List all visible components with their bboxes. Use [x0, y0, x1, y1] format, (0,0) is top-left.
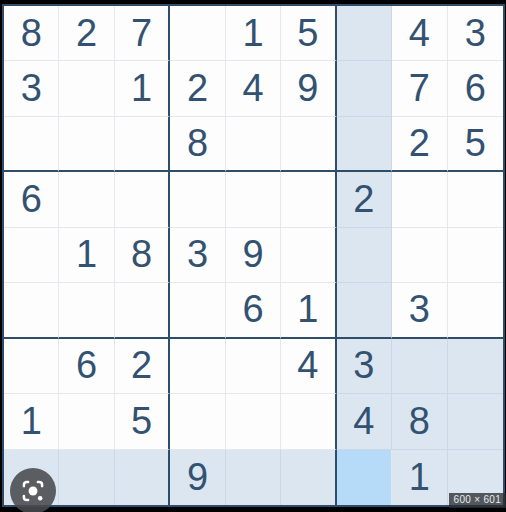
cell-r8c6[interactable]: [281, 394, 336, 449]
cell-r2c8[interactable]: 7: [392, 61, 447, 116]
cell-r1c2[interactable]: 2: [59, 6, 114, 61]
cell-r5c6[interactable]: [281, 228, 336, 283]
cell-r7c7[interactable]: 3: [337, 339, 392, 394]
cell-r1c4[interactable]: [170, 6, 225, 61]
cell-r4c6[interactable]: [281, 172, 336, 227]
cell-r7c8[interactable]: [392, 339, 447, 394]
cell-r1c8[interactable]: 4: [392, 6, 447, 61]
cell-r5c4[interactable]: 3: [170, 228, 225, 283]
cell-r5c1[interactable]: [4, 228, 59, 283]
sudoku-board: 827154331249768256218396136243154891: [2, 4, 505, 507]
cell-r8c8[interactable]: 8: [392, 394, 447, 449]
cell-r3c5[interactable]: [226, 117, 281, 172]
cell-r4c9[interactable]: [448, 172, 503, 227]
cell-r2c7[interactable]: [337, 61, 392, 116]
cell-r5c2[interactable]: 1: [59, 228, 114, 283]
cell-r3c9[interactable]: 5: [448, 117, 503, 172]
cell-r7c6[interactable]: 4: [281, 339, 336, 394]
cell-r4c5[interactable]: [226, 172, 281, 227]
cell-r1c3[interactable]: 7: [115, 6, 170, 61]
cell-r6c7[interactable]: [337, 283, 392, 338]
cell-r4c7[interactable]: 2: [337, 172, 392, 227]
cell-r7c9[interactable]: [448, 339, 503, 394]
cell-r2c3[interactable]: 1: [115, 61, 170, 116]
cell-r6c9[interactable]: [448, 283, 503, 338]
cell-r9c2[interactable]: [59, 450, 114, 505]
cell-r4c2[interactable]: [59, 172, 114, 227]
cell-r9c8[interactable]: 1: [392, 450, 447, 505]
google-lens-icon: [20, 478, 46, 504]
cell-r3c1[interactable]: [4, 117, 59, 172]
cell-r6c1[interactable]: [4, 283, 59, 338]
cell-r6c4[interactable]: [170, 283, 225, 338]
cell-r8c1[interactable]: 1: [4, 394, 59, 449]
cell-r6c3[interactable]: [115, 283, 170, 338]
cell-r9c4[interactable]: 9: [170, 450, 225, 505]
cell-r2c4[interactable]: 2: [170, 61, 225, 116]
cell-r3c3[interactable]: [115, 117, 170, 172]
cell-r9c7[interactable]: [337, 450, 392, 505]
cell-r4c3[interactable]: [115, 172, 170, 227]
cell-r5c8[interactable]: [392, 228, 447, 283]
cell-r6c8[interactable]: 3: [392, 283, 447, 338]
cell-r5c3[interactable]: 8: [115, 228, 170, 283]
cell-r3c4[interactable]: 8: [170, 117, 225, 172]
cell-r7c2[interactable]: 6: [59, 339, 114, 394]
cell-r1c1[interactable]: 8: [4, 6, 59, 61]
cell-r6c2[interactable]: [59, 283, 114, 338]
cell-r8c9[interactable]: [448, 394, 503, 449]
cell-r6c6[interactable]: 1: [281, 283, 336, 338]
cell-r2c2[interactable]: [59, 61, 114, 116]
cell-r4c4[interactable]: [170, 172, 225, 227]
cell-r7c1[interactable]: [4, 339, 59, 394]
cell-r6c5[interactable]: 6: [226, 283, 281, 338]
cell-r3c8[interactable]: 2: [392, 117, 447, 172]
cell-r9c6[interactable]: [281, 450, 336, 505]
cell-r2c6[interactable]: 9: [281, 61, 336, 116]
cell-r8c2[interactable]: [59, 394, 114, 449]
cell-r7c5[interactable]: [226, 339, 281, 394]
google-lens-button[interactable]: [10, 468, 56, 512]
cell-r5c7[interactable]: [337, 228, 392, 283]
cell-r2c1[interactable]: 3: [4, 61, 59, 116]
cell-r4c1[interactable]: 6: [4, 172, 59, 227]
cell-r1c5[interactable]: 1: [226, 6, 281, 61]
cell-r5c9[interactable]: [448, 228, 503, 283]
cell-r3c2[interactable]: [59, 117, 114, 172]
cell-r8c3[interactable]: 5: [115, 394, 170, 449]
cell-r2c9[interactable]: 6: [448, 61, 503, 116]
cell-r3c7[interactable]: [337, 117, 392, 172]
cell-r7c3[interactable]: 2: [115, 339, 170, 394]
image-size-badge: 600 × 601: [449, 493, 506, 508]
cell-r9c3[interactable]: [115, 450, 170, 505]
cell-r7c4[interactable]: [170, 339, 225, 394]
cell-r5c5[interactable]: 9: [226, 228, 281, 283]
cell-r2c5[interactable]: 4: [226, 61, 281, 116]
cell-r1c6[interactable]: 5: [281, 6, 336, 61]
cell-r8c5[interactable]: [226, 394, 281, 449]
cell-r1c9[interactable]: 3: [448, 6, 503, 61]
cell-r4c8[interactable]: [392, 172, 447, 227]
cell-r8c4[interactable]: [170, 394, 225, 449]
cell-r8c7[interactable]: 4: [337, 394, 392, 449]
cell-r9c5[interactable]: [226, 450, 281, 505]
cell-r3c6[interactable]: [281, 117, 336, 172]
cell-r1c7[interactable]: [337, 6, 392, 61]
